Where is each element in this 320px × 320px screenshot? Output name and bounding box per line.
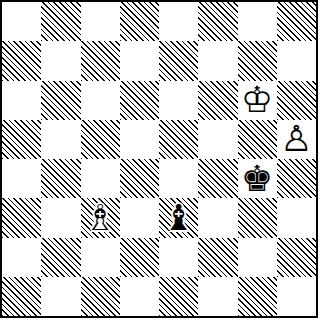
square-f1[interactable] — [198, 277, 237, 316]
square-h6[interactable] — [277, 81, 316, 120]
square-d3[interactable] — [120, 198, 159, 237]
piece-glyph: ♚ — [241, 159, 273, 199]
square-e8[interactable] — [159, 2, 198, 41]
square-f5[interactable] — [198, 120, 237, 159]
white-pawn-h5[interactable]: ♟♙ — [277, 120, 316, 159]
square-e7[interactable] — [159, 41, 198, 80]
square-g4[interactable]: ♚♚ — [238, 159, 277, 198]
square-h2[interactable] — [277, 238, 316, 277]
square-d6[interactable] — [120, 81, 159, 120]
square-c2[interactable] — [81, 238, 120, 277]
chess-board: ♚♔♟♙♚♚♝♗♝♝ — [0, 0, 318, 318]
square-a7[interactable] — [2, 41, 41, 80]
square-h1[interactable] — [277, 277, 316, 316]
square-a2[interactable] — [2, 238, 41, 277]
square-g6[interactable]: ♚♔ — [238, 81, 277, 120]
square-g8[interactable] — [238, 2, 277, 41]
square-e6[interactable] — [159, 81, 198, 120]
square-g3[interactable] — [238, 198, 277, 237]
square-h7[interactable] — [277, 41, 316, 80]
square-b6[interactable] — [41, 81, 80, 120]
square-b7[interactable] — [41, 41, 80, 80]
square-c1[interactable] — [81, 277, 120, 316]
square-a8[interactable] — [2, 2, 41, 41]
square-h8[interactable] — [277, 2, 316, 41]
square-g1[interactable] — [238, 277, 277, 316]
square-f2[interactable] — [198, 238, 237, 277]
piece-glyph: ♔ — [241, 80, 273, 120]
square-h4[interactable] — [277, 159, 316, 198]
square-a4[interactable] — [2, 159, 41, 198]
square-b4[interactable] — [41, 159, 80, 198]
black-king-g4[interactable]: ♚♚ — [238, 159, 277, 198]
square-f4[interactable] — [198, 159, 237, 198]
board-grid: ♚♔♟♙♚♚♝♗♝♝ — [2, 2, 316, 316]
square-b1[interactable] — [41, 277, 80, 316]
square-f8[interactable] — [198, 2, 237, 41]
square-a1[interactable] — [2, 277, 41, 316]
square-a3[interactable] — [2, 198, 41, 237]
square-c6[interactable] — [81, 81, 120, 120]
square-c4[interactable] — [81, 159, 120, 198]
square-d2[interactable] — [120, 238, 159, 277]
square-e3[interactable]: ♝♝ — [159, 198, 198, 237]
square-f7[interactable] — [198, 41, 237, 80]
chess-diagram: ♚♔♟♙♚♚♝♗♝♝ — [0, 0, 320, 320]
square-h3[interactable] — [277, 198, 316, 237]
square-c7[interactable] — [81, 41, 120, 80]
square-g7[interactable] — [238, 41, 277, 80]
square-a5[interactable] — [2, 120, 41, 159]
piece-glyph: ♝ — [162, 198, 194, 238]
square-d1[interactable] — [120, 277, 159, 316]
square-f6[interactable] — [198, 81, 237, 120]
square-b8[interactable] — [41, 2, 80, 41]
square-c3[interactable]: ♝♗ — [81, 198, 120, 237]
white-bishop-c3[interactable]: ♝♗ — [81, 198, 120, 237]
square-d8[interactable] — [120, 2, 159, 41]
square-e1[interactable] — [159, 277, 198, 316]
square-f3[interactable] — [198, 198, 237, 237]
square-e2[interactable] — [159, 238, 198, 277]
square-c5[interactable] — [81, 120, 120, 159]
square-d5[interactable] — [120, 120, 159, 159]
square-d4[interactable] — [120, 159, 159, 198]
square-b5[interactable] — [41, 120, 80, 159]
square-e5[interactable] — [159, 120, 198, 159]
black-bishop-e3[interactable]: ♝♝ — [159, 198, 198, 237]
square-g5[interactable] — [238, 120, 277, 159]
square-g2[interactable] — [238, 238, 277, 277]
square-a6[interactable] — [2, 81, 41, 120]
square-h5[interactable]: ♟♙ — [277, 120, 316, 159]
white-king-g6[interactable]: ♚♔ — [238, 81, 277, 120]
square-b3[interactable] — [41, 198, 80, 237]
square-c8[interactable] — [81, 2, 120, 41]
square-e4[interactable] — [159, 159, 198, 198]
piece-glyph: ♗ — [84, 198, 116, 238]
square-d7[interactable] — [120, 41, 159, 80]
piece-glyph: ♙ — [280, 119, 312, 159]
square-b2[interactable] — [41, 238, 80, 277]
